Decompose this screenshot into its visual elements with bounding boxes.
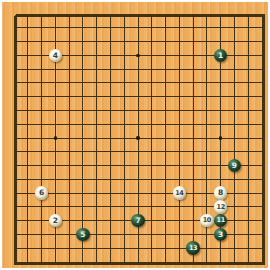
stone-number: 10: [203, 217, 211, 224]
stone-white-4: 4: [49, 49, 63, 63]
stone-number: 5: [80, 231, 85, 239]
stone-number: 12: [217, 204, 225, 211]
stone-white-6: 6: [35, 186, 49, 200]
stone-number: 3: [218, 231, 223, 239]
stone-number: 14: [175, 190, 183, 197]
stone-number: 8: [218, 189, 223, 197]
stone-number: 2: [53, 217, 58, 225]
stone-black-5: 5: [76, 228, 90, 242]
stone-number: 9: [232, 162, 237, 170]
stone-black-7: 7: [131, 214, 145, 228]
stone-number: 7: [135, 217, 140, 225]
stone-number: 4: [53, 52, 58, 60]
go-board[interactable]: 1234567891011121314: [2, 2, 268, 268]
stone-black-13: 13: [186, 241, 200, 255]
stone-white-12: 12: [214, 200, 228, 214]
stone-number: 6: [39, 189, 44, 197]
star-point: [219, 136, 222, 139]
star-point: [136, 54, 139, 57]
stone-white-14: 14: [173, 186, 187, 200]
page: 1234567891011121314: [0, 0, 270, 270]
stone-number: 11: [217, 217, 225, 224]
stone-number: 1: [218, 52, 223, 60]
stone-number: 13: [189, 245, 197, 252]
star-point: [136, 136, 139, 139]
stone-white-10: 10: [200, 214, 214, 228]
star-point: [54, 136, 57, 139]
